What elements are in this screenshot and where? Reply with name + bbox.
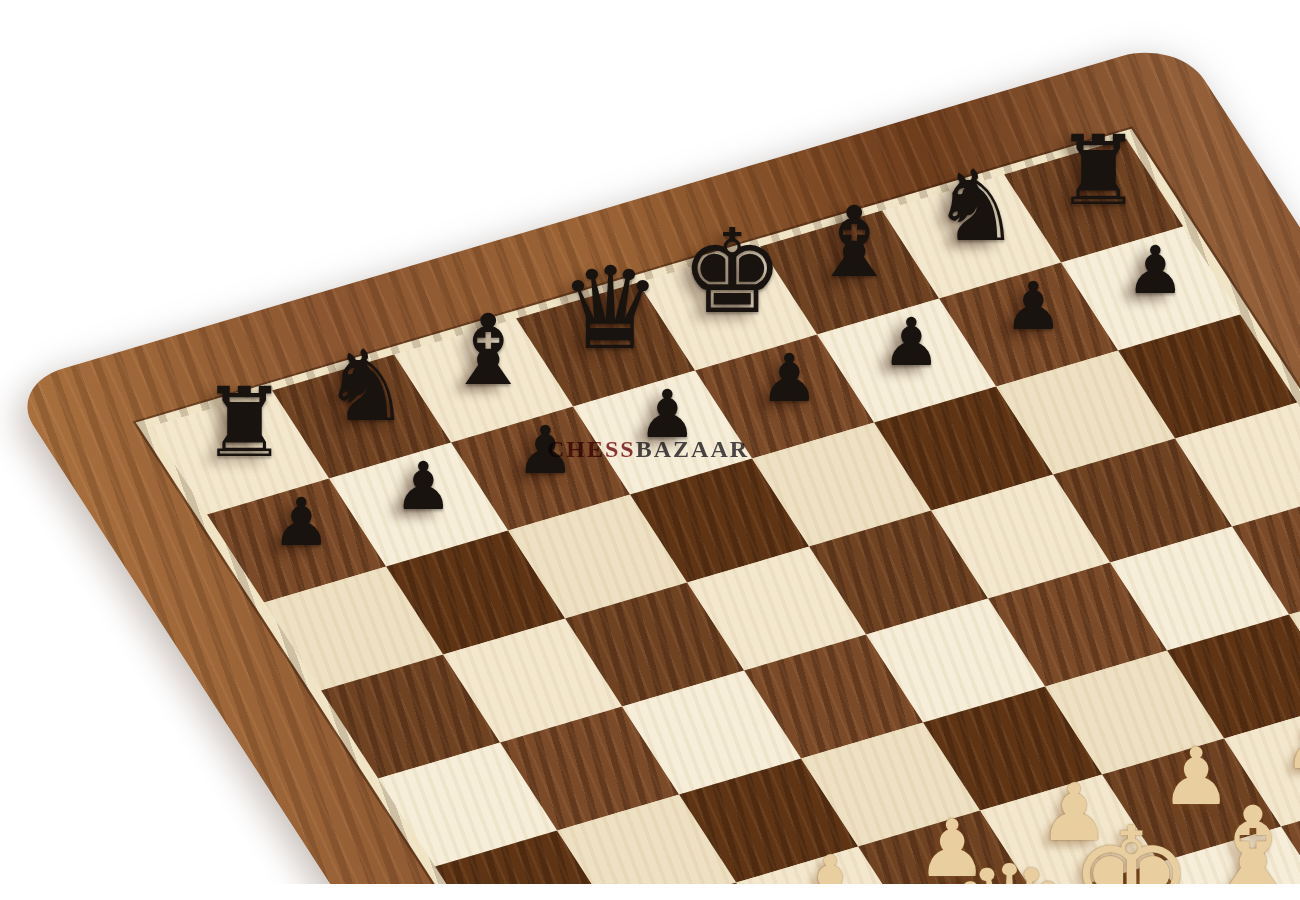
watermark-left: CHESS bbox=[547, 436, 636, 462]
product-photo-stage: ♜♞♝♛♚♝♞♜♟♟♟♟♟♟♟♟♟♟♟♟♟♟♟♟♜♞♝♛♚♝♞♜ CHESSBA… bbox=[0, 0, 1300, 900]
squares-grid bbox=[150, 139, 1300, 900]
board-border-line bbox=[136, 129, 1300, 900]
watermark-right: BAZAAR bbox=[636, 436, 749, 462]
photo-bottom-margin bbox=[0, 884, 1300, 900]
watermark: CHESSBAZAAR bbox=[547, 436, 749, 463]
chess-board: ♜♞♝♛♚♝♞♜♟♟♟♟♟♟♟♟♟♟♟♟♟♟♟♟♜♞♝♛♚♝♞♜ bbox=[7, 39, 1300, 900]
